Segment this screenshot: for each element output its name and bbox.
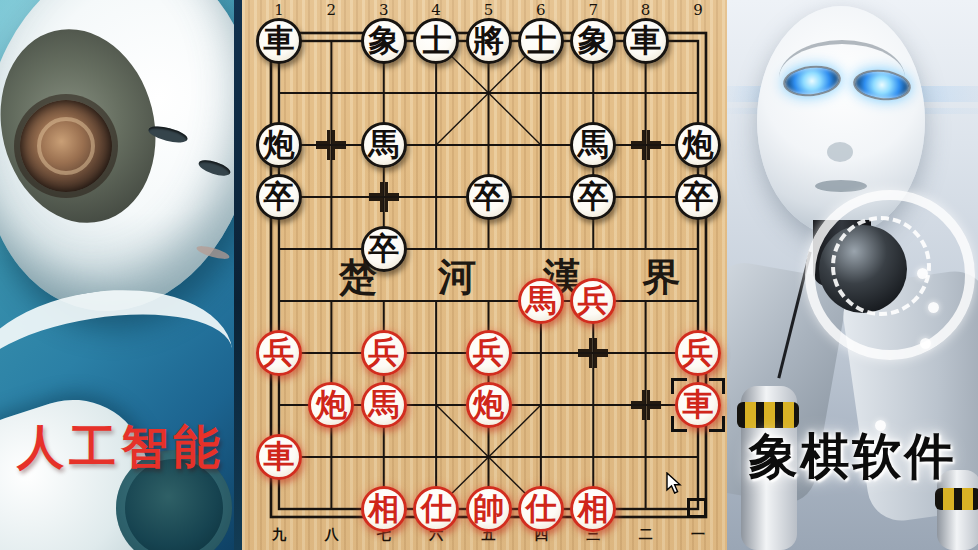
point-mark (631, 390, 661, 420)
file-label-top: 9 (685, 1, 711, 19)
piece-red[interactable]: 仕 (413, 486, 459, 532)
piece-glyph: 卒 (683, 181, 714, 212)
piece-glyph: 兵 (368, 337, 399, 368)
point-mark-corner (332, 146, 346, 160)
point-mark-corner (578, 338, 592, 352)
piece-glyph: 兵 (473, 337, 504, 368)
point-mark-corner (631, 146, 645, 160)
piece-red[interactable]: 兵 (256, 330, 302, 376)
piece-red[interactable]: 馬 (518, 278, 564, 324)
piece-glyph: 兵 (683, 337, 714, 368)
piece-glyph: 炮 (683, 129, 714, 160)
file-label-bottom: 二 (633, 526, 659, 544)
file-label-top: 4 (423, 1, 449, 19)
file-label-top: 2 (318, 1, 344, 19)
piece-red[interactable]: 兵 (675, 330, 721, 376)
hud-dot (917, 268, 928, 279)
file-label-top: 1 (266, 1, 292, 19)
piece-black[interactable]: 象 (570, 18, 616, 64)
point-mark-corner (332, 130, 346, 144)
point-mark-corner (316, 146, 330, 160)
piece-glyph: 車 (630, 25, 661, 56)
piece-red[interactable]: 兵 (570, 278, 616, 324)
point-mark (316, 130, 346, 160)
piece-red[interactable]: 相 (570, 486, 616, 532)
point-mark-corner (316, 130, 330, 144)
bottom-right-square-icon[interactable] (687, 498, 707, 518)
point-mark-corner (385, 198, 399, 212)
piece-glyph: 相 (578, 493, 609, 524)
piece-glyph: 兵 (578, 285, 609, 316)
piece-glyph: 象 (368, 25, 399, 56)
point-mark-corner (385, 182, 399, 196)
piece-black[interactable]: 卒 (466, 174, 512, 220)
piece-black[interactable]: 炮 (675, 122, 721, 168)
point-mark-corner (647, 390, 661, 404)
file-label-bottom: 九 (266, 526, 292, 544)
piece-black[interactable]: 將 (466, 18, 512, 64)
point-mark-corner (369, 182, 383, 196)
point-mark-corner (631, 130, 645, 144)
piece-glyph: 車 (264, 25, 295, 56)
piece-black[interactable]: 馬 (570, 122, 616, 168)
piece-black[interactable]: 士 (413, 18, 459, 64)
hud-ring (805, 190, 975, 360)
piece-red[interactable]: 馬 (361, 382, 407, 428)
hud-dot (928, 302, 939, 313)
file-label-top: 8 (633, 1, 659, 19)
right-caption: 象棋软件 (727, 424, 978, 490)
piece-glyph: 相 (368, 493, 399, 524)
screenshot-root: 人工智能 楚 河 漢 界 車象士將士象車炮馬馬炮卒卒卒卒卒馬兵兵兵兵兵炮馬炮車車… (0, 0, 978, 550)
piece-glyph: 卒 (368, 233, 399, 264)
piece-black[interactable]: 車 (256, 18, 302, 64)
piece-glyph: 卒 (264, 181, 295, 212)
point-mark-corner (647, 130, 661, 144)
piece-glyph: 炮 (264, 129, 295, 160)
piece-black[interactable]: 卒 (570, 174, 616, 220)
point-mark-corner (647, 146, 661, 160)
right-robot-arm-band (935, 488, 978, 510)
file-label-top: 5 (476, 1, 502, 19)
piece-glyph: 馬 (525, 285, 556, 316)
piece-red[interactable]: 相 (361, 486, 407, 532)
piece-black[interactable]: 象 (361, 18, 407, 64)
point-mark-corner (369, 198, 383, 212)
piece-glyph: 仕 (525, 493, 556, 524)
file-label-top: 7 (580, 1, 606, 19)
right-robot-panel: 象棋软件 (727, 0, 978, 550)
selected-piece-marker-corner (709, 416, 725, 432)
left-robot-panel: 人工智能 (0, 0, 242, 550)
left-caption: 人工智能 (0, 416, 242, 479)
piece-glyph: 馬 (368, 129, 399, 160)
point-mark-corner (631, 406, 645, 420)
point-mark-corner (594, 354, 608, 368)
piece-glyph: 車 (264, 441, 295, 472)
piece-glyph: 馬 (578, 129, 609, 160)
selected-piece-marker-corner (671, 416, 687, 432)
point-mark (369, 182, 399, 212)
file-label-bottom: 八 (318, 526, 344, 544)
file-label-top: 6 (528, 1, 554, 19)
piece-black[interactable]: 車 (623, 18, 669, 64)
xiangqi-board[interactable]: 楚 河 漢 界 車象士將士象車炮馬馬炮卒卒卒卒卒馬兵兵兵兵兵炮馬炮車車相仕帥仕相… (242, 0, 727, 550)
piece-glyph: 卒 (473, 181, 504, 212)
right-robot-nose (827, 142, 853, 162)
piece-black[interactable]: 馬 (361, 122, 407, 168)
piece-black[interactable]: 卒 (361, 226, 407, 272)
point-mark-corner (578, 354, 592, 368)
right-robot-mouth (815, 180, 867, 192)
piece-glyph: 卒 (578, 181, 609, 212)
point-mark-corner (631, 390, 645, 404)
selected-piece-marker-corner (709, 378, 725, 394)
river-label-han-jie: 漢 界 (543, 252, 704, 303)
piece-glyph: 象 (578, 25, 609, 56)
piece-glyph: 兵 (264, 337, 295, 368)
piece-red[interactable]: 兵 (466, 330, 512, 376)
piece-glyph: 將 (473, 25, 504, 56)
piece-glyph: 士 (421, 25, 452, 56)
piece-red[interactable]: 仕 (518, 486, 564, 532)
point-mark-corner (594, 338, 608, 352)
file-label-top: 3 (371, 1, 397, 19)
left-robot-ear-mechanism (20, 100, 112, 192)
piece-glyph: 仕 (421, 493, 452, 524)
mouse-cursor (666, 472, 684, 496)
piece-red[interactable]: 帥 (466, 486, 512, 532)
piece-red[interactable]: 兵 (361, 330, 407, 376)
selected-piece-marker (671, 378, 725, 432)
piece-black[interactable]: 卒 (675, 174, 721, 220)
piece-glyph: 士 (525, 25, 556, 56)
piece-glyph: 帥 (473, 493, 504, 524)
piece-red[interactable]: 車 (256, 434, 302, 480)
point-mark (631, 130, 661, 160)
piece-glyph: 炮 (473, 389, 504, 420)
piece-glyph: 馬 (368, 389, 399, 420)
piece-red[interactable]: 炮 (466, 382, 512, 428)
point-mark-corner (647, 406, 661, 420)
hud-dot (920, 338, 931, 349)
piece-black[interactable]: 卒 (256, 174, 302, 220)
file-label-bottom: 一 (685, 526, 711, 544)
piece-black[interactable]: 士 (518, 18, 564, 64)
selected-piece-marker-corner (671, 378, 687, 394)
piece-glyph: 炮 (316, 389, 347, 420)
piece-black[interactable]: 炮 (256, 122, 302, 168)
point-mark (578, 338, 608, 368)
